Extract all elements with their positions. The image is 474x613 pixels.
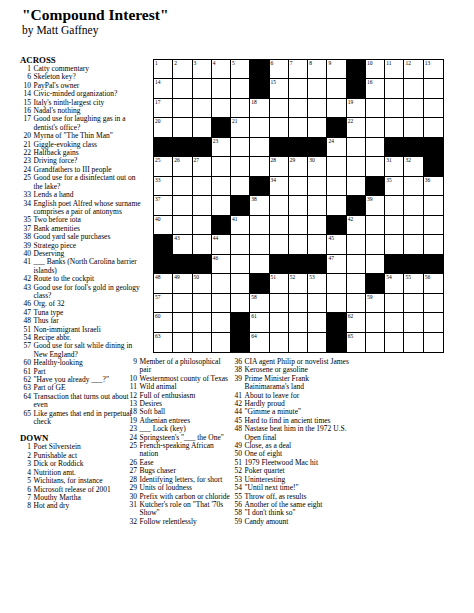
cell-number: 9 (328, 60, 331, 66)
grid-cell-r5c6[interactable] (250, 138, 269, 157)
grid-cell-r9c12[interactable] (366, 216, 385, 235)
clue-number: 34 (20, 200, 31, 208)
grid-cell-r4c15[interactable] (424, 118, 443, 137)
grid-cell-r15c5 (231, 333, 250, 352)
grid-cell-r14c14[interactable] (404, 313, 423, 332)
cell-number: 21 (232, 118, 238, 124)
clue-number: 25 (20, 174, 31, 182)
cell-number: 28 (271, 157, 277, 163)
grid-cell-r10c10[interactable]: 45 (327, 235, 346, 254)
grid-cell-r13c9[interactable] (308, 294, 327, 313)
grid-cell-r1c8[interactable]: 7 (289, 60, 308, 79)
cell-number: 10 (367, 60, 373, 66)
grid-cell-r5c14 (404, 138, 423, 157)
grid-cell-r6c3[interactable]: 27 (193, 157, 212, 176)
cell-number: 16 (367, 79, 373, 85)
cell-number: 17 (155, 99, 161, 105)
grid-cell-r4c7[interactable] (270, 118, 289, 137)
clue-number: 17 (20, 115, 31, 123)
grid-cell-r7c4[interactable] (212, 177, 231, 196)
clue-down-31: 31Kutcher's role on "That '70s Show" (126, 501, 234, 518)
grid-cell-r5c8 (289, 138, 308, 157)
grid-cell-r5c13 (385, 138, 404, 157)
cell-number: 41 (232, 216, 238, 222)
grid-cell-r7c15[interactable]: 36 (424, 177, 443, 196)
grid-cell-r1c15[interactable]: 13 (424, 60, 443, 79)
grid-cell-r13c14[interactable] (404, 294, 423, 313)
cell-number: 36 (425, 177, 431, 183)
grid-cell-r8c1[interactable]: 37 (154, 196, 173, 215)
grid-cell-r5c3 (193, 138, 212, 157)
grid-cell-r1c7[interactable]: 6 (270, 60, 289, 79)
grid-cell-r4c14[interactable] (404, 118, 423, 137)
cell-number: 31 (386, 157, 392, 163)
grid-cell-r10c13[interactable] (385, 235, 404, 254)
grid-cell-r13c7[interactable] (270, 294, 289, 313)
grid-cell-r10c4[interactable]: 44 (212, 235, 231, 254)
grid-cell-r4c11[interactable]: 22 (347, 118, 366, 137)
grid-cell-r15c12[interactable] (366, 333, 385, 352)
grid-cell-r10c5[interactable] (231, 235, 250, 254)
clue-down-9: 9Member of a philosophical pair (126, 358, 234, 375)
grid-cell-r10c12[interactable] (366, 235, 385, 254)
clue-number: 39 (231, 375, 242, 383)
grid-cell-r4c2[interactable] (173, 118, 192, 137)
grid-cell-r11c4[interactable]: 46 (212, 255, 231, 274)
grid-cell-r12c10[interactable] (327, 274, 346, 293)
grid-cell-r11c15 (424, 255, 443, 274)
cell-number: 15 (271, 79, 277, 85)
grid-cell-r10c8[interactable] (289, 235, 308, 254)
grid-cell-r5c10[interactable]: 24 (327, 138, 346, 157)
clue-across-34: 34English poet Alfred whose surname comp… (20, 200, 142, 217)
grid-cell-r10c15[interactable] (424, 235, 443, 254)
cell-number: 5 (232, 60, 235, 66)
clue-number: 65 (20, 410, 31, 418)
grid-cell-r3c4[interactable] (212, 99, 231, 118)
cell-number: 49 (174, 274, 180, 280)
grid-cell-r4c6[interactable] (250, 118, 269, 137)
grid-cell-r9c7[interactable] (270, 216, 289, 235)
grid-cell-r2c4[interactable] (212, 79, 231, 98)
grid-cell-r14c2[interactable] (173, 313, 192, 332)
grid-cell-r14c1[interactable]: 60 (154, 313, 173, 332)
grid-cell-r5c5[interactable] (231, 138, 250, 157)
grid-cell-r2c15[interactable] (424, 79, 443, 98)
grid-cell-r7c14[interactable] (404, 177, 423, 196)
grid-cell-r15c2[interactable] (173, 333, 192, 352)
grid-cell-r7c5[interactable] (231, 177, 250, 196)
grid-cell-r1c13[interactable]: 11 (385, 60, 404, 79)
grid-cell-r13c5[interactable] (231, 294, 250, 313)
grid-cell-r3c12[interactable] (366, 99, 385, 118)
grid-cell-r3c1[interactable]: 17 (154, 99, 173, 118)
grid-cell-r9c13[interactable] (385, 216, 404, 235)
clue-across-64: 64Transaction that turns out about even (20, 393, 142, 410)
grid-cell-r3c5[interactable] (231, 99, 250, 118)
grid-cell-r12c6 (250, 274, 269, 293)
grid-cell-r14c11[interactable]: 62 (347, 313, 366, 332)
cell-number: 60 (155, 313, 161, 319)
cell-number: 13 (425, 60, 431, 66)
grid-cell-r7c2[interactable] (173, 177, 192, 196)
grid-cell-r6c13[interactable]: 31 (385, 157, 404, 176)
grid-cell-r11c12[interactable] (366, 255, 385, 274)
grid-cell-r1c1[interactable]: 1 (154, 60, 173, 79)
clue-number: 8 (20, 502, 31, 510)
grid-cell-r4c5[interactable]: 21 (231, 118, 250, 137)
clue-text: French-speaking African nation (140, 442, 235, 459)
grid-cell-r7c9[interactable] (308, 177, 327, 196)
grid-cell-r5c11[interactable] (347, 138, 366, 157)
cell-number: 11 (386, 60, 391, 66)
grid-cell-r12c7[interactable]: 51 (270, 274, 289, 293)
grid-cell-r3c7[interactable] (270, 99, 289, 118)
grid-cell-r9c11[interactable]: 42 (347, 216, 366, 235)
cell-number: 23 (213, 138, 219, 144)
grid-cell-r13c8[interactable] (289, 294, 308, 313)
cell-number: 7 (290, 60, 293, 66)
grid-cell-r8c15[interactable] (424, 196, 443, 215)
cell-number: 18 (251, 99, 257, 105)
puzzle-title: "Compound Interest" (22, 6, 169, 24)
grid-cell-r4c8[interactable] (289, 118, 308, 137)
grid-cell-r9c4 (212, 216, 231, 235)
cell-number: 62 (348, 313, 354, 319)
clue-number: 57 (20, 342, 31, 350)
grid-cell-r9c10 (327, 216, 346, 235)
grid-cell-r11c11[interactable] (347, 255, 366, 274)
grid-cell-r5c2 (173, 138, 192, 157)
grid-cell-r3c2[interactable] (173, 99, 192, 118)
grid-cell-r13c13[interactable] (385, 294, 404, 313)
grid-cell-r10c7[interactable] (270, 235, 289, 254)
grid-cell-r13c15[interactable] (424, 294, 443, 313)
clue-across-43: 43Good use for fool's gold in geology cl… (20, 284, 142, 301)
grid-cell-r4c10 (327, 118, 346, 137)
grid-cell-r6c6[interactable] (250, 157, 269, 176)
grid-cell-r11c9 (308, 255, 327, 274)
grid-cell-r12c1[interactable]: 48 (154, 274, 173, 293)
grid-cell-r10c11[interactable] (347, 235, 366, 254)
clue-column-left: ACROSS1Catty commentary6Skeleton key?10P… (20, 55, 142, 511)
clue-number: 43 (20, 284, 31, 292)
cell-number: 61 (251, 313, 257, 319)
grid-cell-r4c4 (212, 118, 231, 137)
grid-cell-r3c10[interactable] (327, 99, 346, 118)
cell-number: 19 (348, 99, 354, 105)
cell-number: 42 (348, 216, 354, 222)
grid-cell-r14c4[interactable] (212, 313, 231, 332)
grid-cell-r14c12[interactable] (366, 313, 385, 332)
grid-cell-r7c7[interactable]: 34 (270, 177, 289, 196)
clue-column-right: 36CIA agent Philip or novelist James38Ke… (231, 358, 355, 526)
cell-number: 32 (405, 157, 411, 163)
grid-cell-r13c1[interactable]: 57 (154, 294, 173, 313)
grid-cell-r11c7 (270, 255, 289, 274)
grid-cell-r15c9[interactable] (308, 333, 327, 352)
grid-cell-r3c9[interactable] (308, 99, 327, 118)
cell-number: 59 (367, 294, 373, 300)
grid-cell-r13c2[interactable] (173, 294, 192, 313)
grid-cell-r12c4[interactable] (212, 274, 231, 293)
grid-cell-r8c14[interactable] (404, 196, 423, 215)
crossword-page: "Compound Interest" by Matt Gaffney 1234… (0, 0, 474, 613)
grid-cell-r10c9[interactable] (308, 235, 327, 254)
clue-number: 41 (20, 258, 31, 266)
clue-down-48: 48Nastase beat him in the 1972 U.S. Open… (231, 425, 355, 442)
grid-cell-r6c11[interactable] (347, 157, 366, 176)
clue-number: 9 (126, 358, 137, 366)
grid-cell-r5c7 (270, 138, 289, 157)
grid-cell-r5c4[interactable]: 23 (212, 138, 231, 157)
cell-number: 33 (155, 177, 161, 183)
grid-cell-r6c2[interactable]: 26 (173, 157, 192, 176)
grid-cell-r7c1[interactable]: 33 (154, 177, 173, 196)
grid-cell-r2c1[interactable]: 14 (154, 79, 173, 98)
grid-cell-r2c3[interactable] (193, 79, 212, 98)
grid-cell-r11c6[interactable] (250, 255, 269, 274)
grid-cell-r13c12[interactable]: 59 (366, 294, 385, 313)
grid-cell-r1c14[interactable]: 12 (404, 60, 423, 79)
crossword-grid: 1234567891011121314151617181920212223242… (153, 59, 444, 353)
grid-cell-r5c15 (424, 138, 443, 157)
clue-across-65: 65Like games that end in perpetual check (20, 410, 142, 427)
clue-text: English poet Alfred whose surname compri… (34, 200, 143, 217)
grid-cell-r11c3 (193, 255, 212, 274)
cell-number: 1 (155, 60, 158, 66)
grid-cell-r1c3[interactable]: 3 (193, 60, 212, 79)
grid-cell-r3c15[interactable] (424, 99, 443, 118)
cell-number: 63 (155, 333, 161, 339)
grid-cell-r12c9[interactable]: 53 (308, 274, 327, 293)
clue-down-39: 39Prime Minister Frank Bainimarama's lan… (231, 375, 355, 392)
grid-cell-r4c1[interactable]: 20 (154, 118, 173, 137)
grid-cell-r12c12 (366, 274, 385, 293)
grid-cell-r7c12 (366, 177, 385, 196)
cell-number: 56 (425, 274, 431, 280)
grid-cell-r10c6[interactable] (250, 235, 269, 254)
cell-number: 29 (290, 157, 296, 163)
grid-cell-r1c12[interactable]: 10 (366, 60, 385, 79)
cell-number: 58 (251, 294, 257, 300)
cell-number: 57 (155, 294, 161, 300)
cell-number: 50 (194, 274, 200, 280)
cell-number: 14 (155, 79, 161, 85)
cell-number: 37 (155, 196, 161, 202)
grid-cell-r12c14[interactable]: 55 (404, 274, 423, 293)
grid-cell-r14c9[interactable] (308, 313, 327, 332)
grid-cell-r14c8[interactable] (289, 313, 308, 332)
grid-cell-r14c7[interactable] (270, 313, 289, 332)
grid-cell-r7c3[interactable] (193, 177, 212, 196)
cell-number: 54 (386, 274, 392, 280)
grid-cell-r13c3[interactable] (193, 294, 212, 313)
cell-number: 25 (155, 157, 161, 163)
cell-number: 26 (174, 157, 180, 163)
cell-number: 30 (309, 157, 315, 163)
grid-cell-r11c1 (154, 255, 173, 274)
grid-cell-r2c10[interactable] (327, 79, 346, 98)
cell-number: 44 (213, 235, 219, 241)
clue-across-25: 25Good use for a disinfectant out on the… (20, 174, 142, 191)
grid-cell-r13c10[interactable] (327, 294, 346, 313)
grid-cell-r13c11[interactable] (347, 294, 366, 313)
grid-cell-r7c13[interactable]: 35 (385, 177, 404, 196)
grid-cell-r3c3[interactable] (193, 99, 212, 118)
grid-cell-r13c6[interactable]: 58 (250, 294, 269, 313)
grid-cell-r12c5[interactable] (231, 274, 250, 293)
grid-cell-r2c7[interactable]: 15 (270, 79, 289, 98)
grid-cell-r6c5[interactable] (231, 157, 250, 176)
grid-cell-r9c2[interactable] (173, 216, 192, 235)
grid-cell-r2c11 (347, 79, 366, 98)
grid-cell-r11c10[interactable]: 47 (327, 255, 346, 274)
grid-cell-r14c3[interactable] (193, 313, 212, 332)
grid-cell-r8c7[interactable] (270, 196, 289, 215)
grid-cell-r2c6 (250, 79, 269, 98)
grid-cell-r8c4[interactable] (212, 196, 231, 215)
clue-across-57: 57Good use for salt while dining in New … (20, 342, 142, 359)
cell-number: 51 (271, 274, 277, 280)
grid-cell-r15c1[interactable]: 63 (154, 333, 173, 352)
grid-cell-r4c13[interactable] (385, 118, 404, 137)
grid-cell-r5c12[interactable] (366, 138, 385, 157)
clue-text: Good use for a disinfectant out on the l… (34, 174, 143, 191)
grid-cell-r8c12[interactable]: 39 (366, 196, 385, 215)
grid-cell-r8c9[interactable] (308, 196, 327, 215)
grid-cell-r2c2[interactable] (173, 79, 192, 98)
clue-text: Candy amount (245, 518, 356, 526)
grid-cell-r3c13[interactable] (385, 99, 404, 118)
grid-cell-r9c5[interactable]: 41 (231, 216, 250, 235)
grid-cell-r10c1 (154, 235, 173, 254)
grid-cell-r8c8[interactable] (289, 196, 308, 215)
grid-cell-r2c14[interactable] (404, 79, 423, 98)
clue-text: ___ Banks (North Carolina barrier island… (34, 258, 143, 275)
grid-cell-r2c13[interactable] (385, 79, 404, 98)
grid-cell-r9c8[interactable] (289, 216, 308, 235)
grid-cell-r7c8[interactable] (289, 177, 308, 196)
cell-number: 48 (155, 274, 161, 280)
cell-number: 35 (386, 177, 392, 183)
grid-cell-r3c6[interactable]: 18 (250, 99, 269, 118)
grid-cell-r4c3[interactable] (193, 118, 212, 137)
grid-cell-r12c13[interactable]: 54 (385, 274, 404, 293)
clue-number: 32 (126, 518, 137, 526)
grid-cell-r15c15[interactable] (424, 333, 443, 352)
grid-cell-r6c12[interactable] (366, 157, 385, 176)
grid-cell-r8c2[interactable] (173, 196, 192, 215)
grid-cell-r14c13[interactable] (385, 313, 404, 332)
grid-cell-r15c6[interactable]: 64 (250, 333, 269, 352)
grid-cell-r6c9[interactable]: 30 (308, 157, 327, 176)
cell-number: 34 (271, 177, 277, 183)
grid-cell-r9c3[interactable] (193, 216, 212, 235)
grid-cell-r9c9[interactable] (308, 216, 327, 235)
grid-cell-r7c11[interactable] (347, 177, 366, 196)
clue-down-25: 25French-speaking African nation (126, 442, 234, 459)
clue-text: Member of a philosophical pair (140, 358, 235, 375)
grid-cell-r9c15[interactable] (424, 216, 443, 235)
grid-cell-r1c2[interactable]: 2 (173, 60, 192, 79)
grid-cell-r6c8[interactable]: 29 (289, 157, 308, 176)
grid-cell-r9c6[interactable] (250, 216, 269, 235)
grid-cell-r8c10[interactable] (327, 196, 346, 215)
cell-number: 3 (194, 60, 197, 66)
cell-number: 4 (213, 60, 216, 66)
grid-cell-r12c8[interactable]: 52 (289, 274, 308, 293)
grid-cell-r7c10[interactable] (327, 177, 346, 196)
grid-cell-r4c9[interactable] (308, 118, 327, 137)
grid-cell-r15c8[interactable] (289, 333, 308, 352)
cell-number: 6 (271, 60, 274, 66)
grid-cell-r15c13[interactable] (385, 333, 404, 352)
grid-cell-r6c7[interactable]: 28 (270, 157, 289, 176)
clue-number: 25 (126, 442, 137, 450)
cell-number: 39 (367, 196, 373, 202)
grid-cell-r5c1 (154, 138, 173, 157)
grid-cell-r10c2[interactable]: 43 (173, 235, 192, 254)
grid-cell-r2c12[interactable]: 16 (366, 79, 385, 98)
grid-cell-r15c3[interactable] (193, 333, 212, 352)
grid-cell-r1c5[interactable]: 5 (231, 60, 250, 79)
grid-cell-r15c4[interactable] (212, 333, 231, 352)
grid-cell-r8c13[interactable] (385, 196, 404, 215)
grid-cell-r12c2[interactable]: 49 (173, 274, 192, 293)
grid-cell-r1c9[interactable]: 8 (308, 60, 327, 79)
grid-cell-r9c1[interactable]: 40 (154, 216, 173, 235)
grid-cell-r11c2 (173, 255, 192, 274)
grid-cell-r15c7[interactable] (270, 333, 289, 352)
grid-cell-r15c11[interactable]: 65 (347, 333, 366, 352)
grid-cell-r13c4[interactable] (212, 294, 231, 313)
cell-number: 65 (348, 333, 354, 339)
clue-number: 31 (126, 501, 137, 509)
grid-cell-r8c3[interactable] (193, 196, 212, 215)
grid-cell-r2c5[interactable] (231, 79, 250, 98)
grid-cell-r10c14[interactable] (404, 235, 423, 254)
clue-text: Kutcher's role on "That '70s Show" (140, 501, 235, 518)
grid-cell-r6c4[interactable] (212, 157, 231, 176)
grid-cell-r9c14[interactable] (404, 216, 423, 235)
grid-cell-r12c15[interactable]: 56 (424, 274, 443, 293)
grid-cell-r12c3[interactable]: 50 (193, 274, 212, 293)
grid-cell-r15c14[interactable] (404, 333, 423, 352)
grid-cell-r1c10[interactable]: 9 (327, 60, 346, 79)
grid-cell-r3c14[interactable] (404, 99, 423, 118)
grid-cell-r6c10[interactable] (327, 157, 346, 176)
grid-cell-r10c3[interactable] (193, 235, 212, 254)
clue-text: Prime Minister Frank Bainimarama's land (245, 375, 356, 392)
grid-cell-r8c6[interactable]: 38 (250, 196, 269, 215)
grid-cell-r14c15[interactable] (424, 313, 443, 332)
grid-cell-r6c14[interactable]: 32 (404, 157, 423, 176)
grid-cell-r14c6[interactable]: 61 (250, 313, 269, 332)
grid-cell-r3c11[interactable]: 19 (347, 99, 366, 118)
grid-cell-r2c8[interactable] (289, 79, 308, 98)
cell-number: 2 (174, 60, 177, 66)
grid-cell-r1c4[interactable]: 4 (212, 60, 231, 79)
grid-cell-r6c1[interactable]: 25 (154, 157, 173, 176)
grid-cell-r4c12[interactable] (366, 118, 385, 137)
grid-cell-r14c10 (327, 313, 346, 332)
grid-cell-r7c6 (250, 177, 269, 196)
grid-cell-r12c11[interactable] (347, 274, 366, 293)
grid-cell-r3c8[interactable] (289, 99, 308, 118)
grid-cell-r2c9[interactable] (308, 79, 327, 98)
grid-cell-r11c5[interactable] (231, 255, 250, 274)
